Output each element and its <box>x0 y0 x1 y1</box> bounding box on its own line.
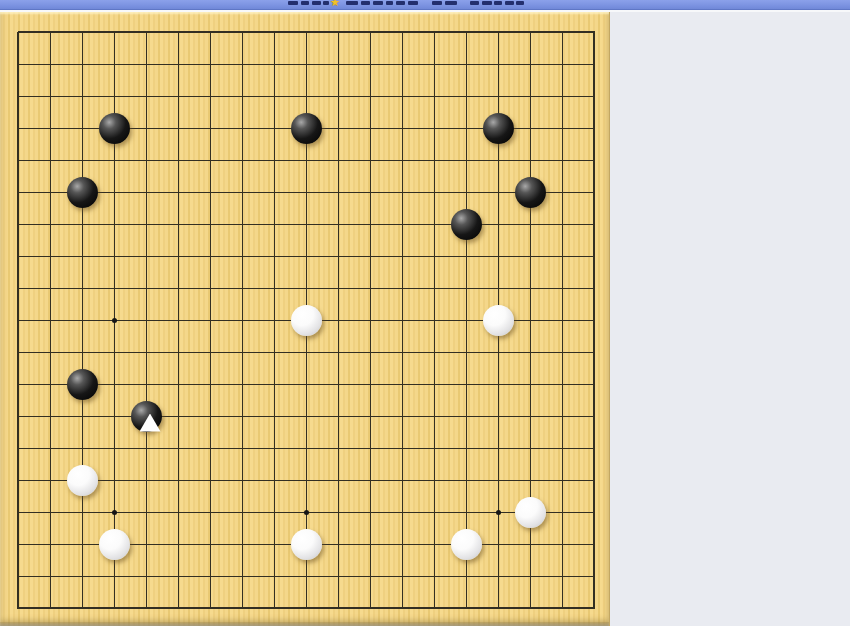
grid-line-horizontal <box>18 448 595 449</box>
board-bottom-edge <box>0 622 609 626</box>
star-point <box>112 318 117 323</box>
black-stone <box>67 177 98 208</box>
grid-line-horizontal <box>18 384 595 385</box>
titlebar-text-fragment <box>482 1 492 5</box>
star-point <box>496 510 501 515</box>
titlebar-text-fragment <box>288 1 298 5</box>
titlebar-text-fragment <box>470 1 479 5</box>
white-stone <box>515 497 546 528</box>
grid-line-horizontal <box>18 480 595 481</box>
white-stone <box>99 529 130 560</box>
titlebar-text-fragment <box>386 1 393 5</box>
titlebar-text-fragment <box>301 1 309 5</box>
black-stone <box>291 113 322 144</box>
grid-line-vertical <box>593 32 595 609</box>
titlebar-text-fragment <box>408 1 418 5</box>
titlebar-text-fragment <box>312 1 321 5</box>
black-stone <box>131 401 162 432</box>
titlebar-text-fragment <box>432 1 442 5</box>
side-panel <box>611 12 850 626</box>
black-stone <box>483 113 514 144</box>
grid-line-vertical <box>434 32 435 609</box>
last-move-triangle-marker <box>140 414 161 432</box>
titlebar-text-fragment <box>445 1 457 5</box>
grid-line-horizontal <box>18 576 595 577</box>
titlebar-text-fragment <box>361 1 370 5</box>
go-board[interactable] <box>0 12 610 626</box>
white-stone <box>67 465 98 496</box>
titlebar-text-fragment <box>494 1 502 5</box>
window-title-bar[interactable]: ★ <box>0 0 850 10</box>
black-stone <box>67 369 98 400</box>
grid-line-vertical <box>402 32 403 609</box>
titlebar-text-fragment <box>373 1 383 5</box>
black-stone <box>99 113 130 144</box>
white-stone <box>451 529 482 560</box>
star-icon: ★ <box>330 0 340 8</box>
titlebar-text-fragment <box>323 1 329 5</box>
grid-line-horizontal <box>18 607 595 609</box>
grid-line-vertical <box>370 32 371 609</box>
star-point <box>112 510 117 515</box>
black-stone <box>451 209 482 240</box>
white-stone <box>291 305 322 336</box>
grid-line-vertical <box>562 32 563 609</box>
grid-line-vertical <box>466 32 467 609</box>
white-stone <box>483 305 514 336</box>
star-point <box>304 510 309 515</box>
grid-line-horizontal <box>18 416 595 417</box>
white-stone <box>291 529 322 560</box>
titlebar-text-fragment <box>346 1 358 5</box>
grid-line-vertical <box>338 32 339 609</box>
black-stone <box>515 177 546 208</box>
titlebar-text-fragment <box>396 1 405 5</box>
titlebar-text-fragment <box>516 1 524 5</box>
titlebar-text-fragment <box>505 1 514 5</box>
grid-line-horizontal <box>18 352 595 353</box>
